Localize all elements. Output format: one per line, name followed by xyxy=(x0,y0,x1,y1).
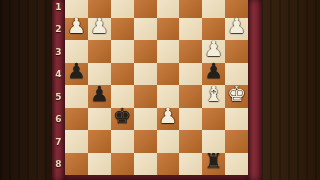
rank-label-1: 1 xyxy=(52,0,65,18)
white-bishop-piece[interactable]: ♝ xyxy=(204,84,223,105)
square-g7[interactable] xyxy=(88,130,111,153)
square-f1[interactable] xyxy=(111,0,134,18)
square-g2[interactable]: ♟ xyxy=(88,18,111,41)
white-pawn-piece[interactable]: ♟ xyxy=(227,16,246,37)
square-f7[interactable] xyxy=(111,130,134,153)
square-d6[interactable]: ♟ xyxy=(157,108,180,131)
square-a8[interactable] xyxy=(225,153,248,176)
square-f6[interactable]: ♚ xyxy=(111,108,134,131)
rank-label-5: 5 xyxy=(52,85,65,108)
square-b8[interactable]: ♜ xyxy=(202,153,225,176)
square-h2[interactable]: ♟ xyxy=(65,18,88,41)
square-a7[interactable] xyxy=(225,130,248,153)
rank-label-2: 2 xyxy=(52,18,65,41)
square-f4[interactable] xyxy=(111,63,134,86)
black-pawn-piece[interactable]: ♟ xyxy=(204,61,223,82)
square-c2[interactable] xyxy=(179,18,202,41)
square-h4[interactable]: ♟ xyxy=(65,63,88,86)
square-f3[interactable] xyxy=(111,40,134,63)
square-e6[interactable] xyxy=(134,108,157,131)
square-d1[interactable] xyxy=(157,0,180,18)
square-f2[interactable] xyxy=(111,18,134,41)
square-c8[interactable] xyxy=(179,153,202,176)
black-rook-piece[interactable]: ♜ xyxy=(204,151,223,172)
rank-label-4: 4 xyxy=(52,63,65,86)
square-g8[interactable] xyxy=(88,153,111,176)
square-g6[interactable] xyxy=(88,108,111,131)
board-frame-bottom xyxy=(65,175,248,180)
square-e3[interactable] xyxy=(134,40,157,63)
square-e7[interactable] xyxy=(134,130,157,153)
square-c3[interactable] xyxy=(179,40,202,63)
black-pawn-piece[interactable]: ♟ xyxy=(67,61,86,82)
square-h6[interactable] xyxy=(65,108,88,131)
square-d2[interactable] xyxy=(157,18,180,41)
square-c4[interactable] xyxy=(179,63,202,86)
square-h7[interactable] xyxy=(65,130,88,153)
board-frame-right xyxy=(248,0,262,180)
square-a5[interactable]: ♚ xyxy=(225,85,248,108)
square-e1[interactable] xyxy=(134,0,157,18)
white-pawn-piece[interactable]: ♟ xyxy=(159,106,178,127)
square-a2[interactable]: ♟ xyxy=(225,18,248,41)
square-c6[interactable] xyxy=(179,108,202,131)
white-pawn-piece[interactable]: ♟ xyxy=(90,16,109,37)
square-c5[interactable] xyxy=(179,85,202,108)
white-pawn-piece[interactable]: ♟ xyxy=(67,16,86,37)
square-e2[interactable] xyxy=(134,18,157,41)
square-a3[interactable] xyxy=(225,40,248,63)
chess-board: ♟♟♟♟♟♟♟♝♚♚♟♜ xyxy=(65,0,248,175)
chess-video-frame: 12345678 ♟♟♟♟♟♟♟♝♚♚♟♜ xyxy=(0,0,320,180)
square-d8[interactable] xyxy=(157,153,180,176)
square-h8[interactable] xyxy=(65,153,88,176)
white-king-piece[interactable]: ♚ xyxy=(227,84,246,105)
black-king-piece[interactable]: ♚ xyxy=(113,106,132,127)
square-b5[interactable]: ♝ xyxy=(202,85,225,108)
square-d7[interactable] xyxy=(157,130,180,153)
black-pawn-piece[interactable]: ♟ xyxy=(90,84,109,105)
square-c1[interactable] xyxy=(179,0,202,18)
rank-label-3: 3 xyxy=(52,40,65,63)
square-g3[interactable] xyxy=(88,40,111,63)
rank-label-8: 8 xyxy=(52,153,65,176)
square-c7[interactable] xyxy=(179,130,202,153)
square-d3[interactable] xyxy=(157,40,180,63)
square-a6[interactable] xyxy=(225,108,248,131)
square-e4[interactable] xyxy=(134,63,157,86)
square-g5[interactable]: ♟ xyxy=(88,85,111,108)
square-e8[interactable] xyxy=(134,153,157,176)
square-h5[interactable] xyxy=(65,85,88,108)
square-f8[interactable] xyxy=(111,153,134,176)
board-frame-left: 12345678 xyxy=(52,0,65,180)
square-b1[interactable] xyxy=(202,0,225,18)
square-b6[interactable] xyxy=(202,108,225,131)
square-e5[interactable] xyxy=(134,85,157,108)
white-pawn-piece[interactable]: ♟ xyxy=(204,39,223,60)
rank-label-7: 7 xyxy=(52,130,65,153)
square-d4[interactable] xyxy=(157,63,180,86)
rank-label-6: 6 xyxy=(52,108,65,131)
